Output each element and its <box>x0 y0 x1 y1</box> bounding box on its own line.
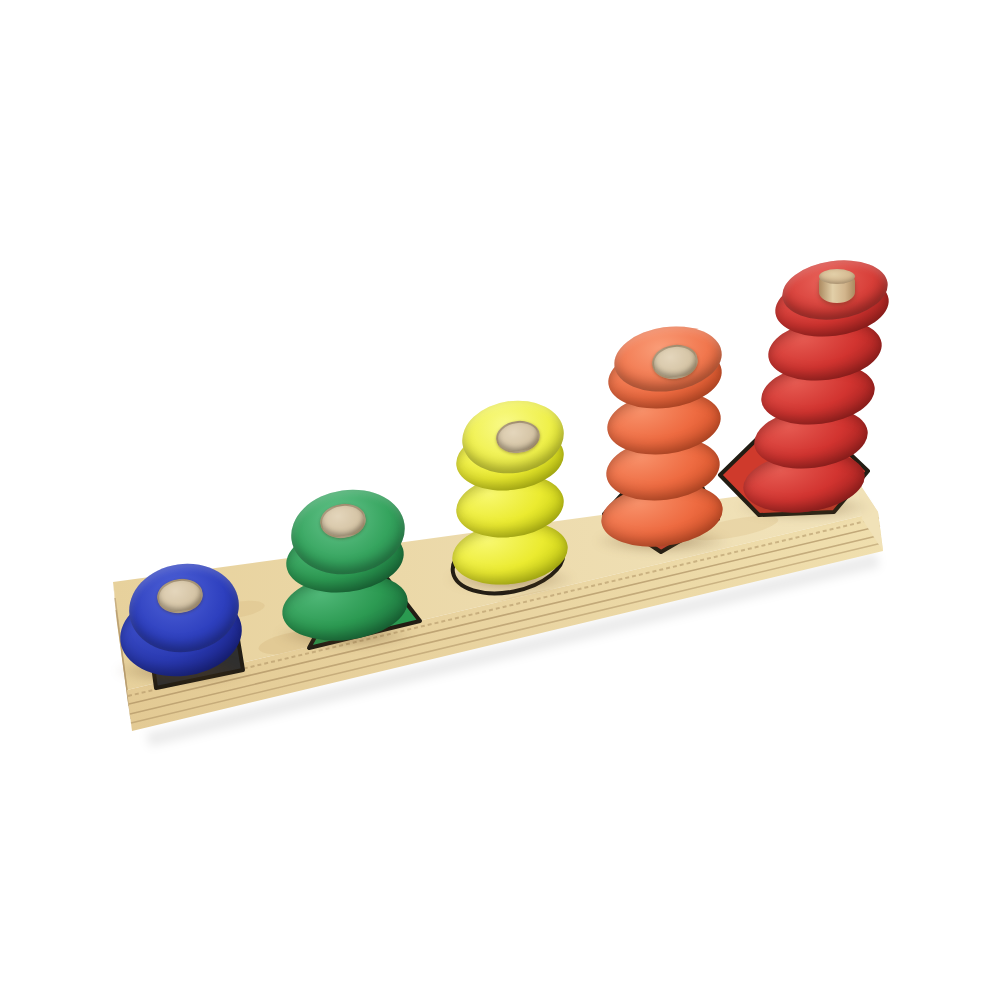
disc-stacks-layer <box>0 0 1000 1000</box>
counting-stacker-photo <box>0 0 1000 1000</box>
